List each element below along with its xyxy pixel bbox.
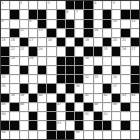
black-cell-r14c4 — [29, 121, 37, 129]
black-cell-r4c8 — [66, 29, 74, 37]
cell-r7c3[interactable] — [20, 57, 28, 65]
black-cell-r14c9 — [75, 121, 83, 129]
clue-number: 15 — [2, 38, 6, 42]
cell-r7c6[interactable] — [47, 57, 55, 65]
cell-r2c9[interactable]: 7 — [75, 10, 83, 18]
cell-r4c4[interactable] — [29, 29, 37, 37]
cell-r11c11[interactable] — [94, 94, 102, 102]
cell-r15c2[interactable] — [10, 131, 18, 139]
cell-r2c8[interactable]: 6 — [66, 10, 74, 18]
cell-r11c12[interactable]: 42 — [103, 94, 111, 102]
black-cell-r9c8 — [66, 75, 74, 83]
cell-r5c6[interactable]: 18 — [47, 38, 55, 46]
clue-number: 48 — [94, 103, 98, 107]
cell-r1c12[interactable] — [103, 1, 111, 9]
black-cell-r15c6 — [47, 131, 55, 139]
black-cell-r15c8 — [66, 131, 74, 139]
clue-number: 35 — [2, 84, 6, 88]
cell-r9c11[interactable]: 33 — [94, 75, 102, 83]
cell-r15c15[interactable] — [131, 131, 139, 139]
cell-r7c13[interactable] — [112, 57, 120, 65]
cell-r12c13[interactable]: 49 — [112, 103, 120, 111]
cell-r8c6[interactable] — [47, 66, 55, 74]
black-cell-r12c10 — [84, 103, 92, 111]
black-cell-r5c15 — [131, 38, 139, 46]
cell-r14c8[interactable] — [66, 121, 74, 129]
clue-number: 9 — [29, 20, 31, 24]
black-cell-r8c11 — [94, 66, 102, 74]
black-cell-r7c7 — [57, 57, 65, 65]
cell-r7c10[interactable]: 30 — [84, 57, 92, 65]
black-cell-r13c4 — [29, 112, 37, 120]
cell-r12c12[interactable] — [103, 103, 111, 111]
cell-r6c9[interactable] — [75, 47, 83, 55]
clue-number: 21 — [122, 38, 126, 42]
cell-r10c11[interactable] — [94, 84, 102, 92]
cell-r4c3[interactable]: 12 — [20, 29, 28, 37]
cell-r7c2[interactable]: 28 — [10, 57, 18, 65]
cell-r8c12[interactable] — [103, 66, 111, 74]
black-cell-r5c12 — [103, 38, 111, 46]
cell-r13c1[interactable]: 50 — [1, 112, 9, 120]
cell-r6c7[interactable] — [57, 47, 65, 55]
clue-number: 7 — [76, 10, 78, 14]
clue-number: 51 — [85, 112, 89, 116]
cell-r12c3[interactable]: 46 — [20, 103, 28, 111]
black-cell-r12c6 — [47, 103, 55, 111]
clue-number: 50 — [2, 112, 6, 116]
black-cell-r6c4 — [29, 47, 37, 55]
clue-number: 5 — [113, 1, 115, 5]
cell-r3c3[interactable] — [20, 20, 28, 28]
cell-r13c13[interactable] — [112, 112, 120, 120]
cell-r1c5[interactable] — [38, 1, 46, 9]
clue-number: 11 — [131, 20, 135, 24]
cell-r10c9[interactable]: 36 — [75, 84, 83, 92]
black-cell-r7c8 — [66, 57, 74, 65]
black-cell-r1c10 — [84, 1, 92, 9]
cell-r8c2[interactable] — [10, 66, 18, 74]
cell-r12c15[interactable] — [131, 103, 139, 111]
cell-r1c7[interactable] — [57, 1, 65, 9]
cell-r11c15[interactable]: 44 — [131, 94, 139, 102]
cell-r6c6[interactable] — [47, 47, 55, 55]
cell-r3c14[interactable] — [121, 20, 129, 28]
clue-number: 40 — [39, 94, 43, 98]
black-cell-r8c1 — [1, 66, 9, 74]
black-cell-r6c8 — [66, 47, 74, 55]
clue-number: 18 — [48, 38, 52, 42]
clue-number: 20 — [113, 38, 117, 42]
black-cell-r3c10 — [84, 20, 92, 28]
cell-r2c6[interactable] — [47, 10, 55, 18]
black-cell-r15c7 — [57, 131, 65, 139]
clue-number: 26 — [122, 47, 126, 51]
black-cell-r13c11 — [94, 112, 102, 120]
clue-number: 47 — [57, 103, 61, 107]
black-cell-r5c7 — [57, 38, 65, 46]
black-cell-r8c3 — [20, 66, 28, 74]
cell-r14c15[interactable] — [131, 121, 139, 129]
cell-r14c7[interactable]: 53 — [57, 121, 65, 129]
cell-r13c10[interactable]: 51 — [84, 112, 92, 120]
clue-number: 27 — [131, 47, 135, 51]
cell-r6c5[interactable]: 24 — [38, 47, 46, 55]
cell-r10c13[interactable]: 37 — [112, 84, 120, 92]
clue-number: 14 — [94, 29, 98, 33]
cell-r3c15[interactable]: 11 — [131, 20, 139, 28]
cell-r10c1[interactable]: 35 — [1, 84, 9, 92]
black-cell-r10c5 — [38, 84, 46, 92]
cell-r9c13[interactable]: 34 — [112, 75, 120, 83]
cell-r6c15[interactable]: 27 — [131, 47, 139, 55]
cell-r15c10[interactable] — [84, 131, 92, 139]
clue-number: 22 — [11, 47, 15, 51]
cell-r9c10[interactable]: 32 — [84, 75, 92, 83]
clue-number: 17 — [29, 38, 33, 42]
black-cell-r6c13 — [112, 47, 120, 55]
black-cell-r3c12 — [103, 20, 111, 28]
cell-r15c5[interactable] — [38, 131, 46, 139]
cell-r4c7[interactable] — [57, 29, 65, 37]
cell-r4c15[interactable] — [131, 29, 139, 37]
black-cell-r10c8 — [66, 84, 74, 92]
cell-r7c11[interactable] — [94, 57, 102, 65]
cell-r9c4[interactable] — [29, 75, 37, 83]
cell-r12c11[interactable]: 48 — [94, 103, 102, 111]
cell-r14c3[interactable] — [20, 121, 28, 129]
cell-r9c5[interactable] — [38, 75, 46, 83]
cell-r9c6[interactable] — [47, 75, 55, 83]
cell-r7c4[interactable]: 29 — [29, 57, 37, 65]
cell-r13c12[interactable]: 52 — [103, 112, 111, 120]
black-cell-r14c11 — [94, 121, 102, 129]
cell-r5c1[interactable]: 15 — [1, 38, 9, 46]
cell-r7c14[interactable] — [121, 57, 129, 65]
black-cell-r14c12 — [103, 121, 111, 129]
cell-r2c3[interactable] — [20, 10, 28, 18]
black-cell-r11c9 — [75, 94, 83, 102]
clue-number: 52 — [103, 112, 107, 116]
clue-number: 12 — [20, 29, 24, 33]
clue-number: 49 — [113, 103, 117, 107]
clue-number: 23 — [20, 47, 24, 51]
cell-r1c11[interactable]: 4 — [94, 1, 102, 9]
black-cell-r6c1 — [1, 47, 9, 55]
cell-r13c7[interactable] — [57, 112, 65, 120]
black-cell-r13c8 — [66, 112, 74, 120]
black-cell-r7c9 — [75, 57, 83, 65]
cell-r8c14[interactable] — [121, 66, 129, 74]
cell-r7c15[interactable] — [131, 57, 139, 65]
cell-r1c14[interactable] — [121, 1, 129, 9]
cell-r15c14[interactable] — [121, 131, 129, 139]
cell-r11c5[interactable]: 40 — [38, 94, 46, 102]
cell-r15c12[interactable] — [103, 131, 111, 139]
cell-r10c7[interactable] — [57, 84, 65, 92]
cell-r4c1[interactable] — [1, 29, 9, 37]
cell-r13c5[interactable] — [38, 112, 46, 120]
cell-r8c10[interactable] — [84, 66, 92, 74]
black-cell-r2c10 — [84, 10, 92, 18]
cell-r5c2[interactable]: 16 — [10, 38, 18, 46]
cell-r15c3[interactable] — [20, 131, 28, 139]
clue-number: 46 — [20, 103, 24, 107]
cell-r10c14[interactable] — [121, 84, 129, 92]
black-cell-r11c7 — [57, 94, 65, 102]
cell-r6c2[interactable]: 22 — [10, 47, 18, 55]
crossword-grid: 1234567891011121314151617181920212223242… — [0, 0, 140, 140]
black-cell-r2c7 — [57, 10, 65, 18]
cell-r7c5[interactable] — [38, 57, 46, 65]
cell-r3c2[interactable] — [10, 20, 18, 28]
cell-r3c11[interactable] — [94, 20, 102, 28]
black-cell-r12c2 — [10, 103, 18, 111]
cell-r10c4[interactable] — [29, 84, 37, 92]
black-cell-r2c15 — [131, 10, 139, 18]
cell-r5c4[interactable]: 17 — [29, 38, 37, 46]
cell-r8c4[interactable] — [29, 66, 37, 74]
clue-number: 39 — [20, 94, 24, 98]
cell-r15c4[interactable] — [29, 131, 37, 139]
cell-r12c9[interactable] — [75, 103, 83, 111]
black-cell-r8c8 — [66, 66, 74, 74]
black-cell-r12c8 — [66, 103, 74, 111]
clue-number: 45 — [2, 103, 6, 107]
black-cell-r10c12 — [103, 84, 111, 92]
black-cell-r13c9 — [75, 112, 83, 120]
black-cell-r8c9 — [75, 66, 83, 74]
cell-r12c7[interactable]: 47 — [57, 103, 65, 111]
cell-r4c12[interactable] — [103, 29, 111, 37]
clue-number: 31 — [2, 75, 6, 79]
cell-r1c13[interactable]: 5 — [112, 1, 120, 9]
cell-r3c13[interactable]: 10 — [112, 20, 120, 28]
clue-number: 43 — [122, 94, 126, 98]
black-cell-r2c5 — [38, 10, 46, 18]
cell-r1c6[interactable]: 3 — [47, 1, 55, 9]
cell-r6c3[interactable]: 23 — [20, 47, 28, 55]
clue-number: 32 — [85, 75, 89, 79]
black-cell-r11c4 — [29, 94, 37, 102]
clue-number: 10 — [113, 20, 117, 24]
cell-r13c15[interactable] — [131, 112, 139, 120]
cell-r1c3[interactable]: 2 — [20, 1, 28, 9]
cell-r3c9[interactable] — [75, 20, 83, 28]
black-cell-r9c15 — [131, 75, 139, 83]
black-cell-r7c1 — [1, 57, 9, 65]
black-cell-r2c2 — [10, 10, 18, 18]
cell-r2c1[interactable] — [1, 10, 9, 18]
cell-r14c10[interactable] — [84, 121, 92, 129]
cell-r5c13[interactable]: 20 — [112, 38, 120, 46]
clue-number: 41 — [85, 94, 89, 98]
cell-r9c1[interactable]: 31 — [1, 75, 9, 83]
cell-r3c6[interactable] — [47, 20, 55, 28]
black-cell-r1c8 — [66, 1, 74, 9]
black-cell-r14c6 — [47, 121, 55, 129]
cell-r1c2[interactable] — [10, 1, 18, 9]
cell-r11c6[interactable] — [47, 94, 55, 102]
clue-number: 6 — [66, 10, 68, 14]
cell-r10c10[interactable] — [84, 84, 92, 92]
cell-r12c1[interactable]: 45 — [1, 103, 9, 111]
cell-r2c13[interactable] — [112, 10, 120, 18]
cell-r15c1[interactable]: 54 — [1, 131, 9, 139]
cell-r4c5[interactable]: 13 — [38, 29, 46, 37]
black-cell-r2c14 — [121, 10, 129, 18]
cell-r6c12[interactable]: 25 — [103, 47, 111, 55]
black-cell-r10c15 — [131, 84, 139, 92]
cell-r15c13[interactable] — [112, 131, 120, 139]
black-cell-r3c7 — [57, 20, 65, 28]
clue-number: 19 — [85, 38, 89, 42]
clue-number: 1 — [2, 1, 4, 5]
cell-r9c3[interactable] — [20, 75, 28, 83]
black-cell-r13c6 — [47, 112, 55, 120]
cell-r11c8[interactable] — [66, 94, 74, 102]
cell-r1c4[interactable] — [29, 1, 37, 9]
clue-number: 28 — [11, 57, 15, 61]
cell-r4c11[interactable]: 14 — [94, 29, 102, 37]
clue-number: 8 — [2, 20, 4, 24]
black-cell-r11c13 — [112, 94, 120, 102]
cell-r2c11[interactable] — [94, 10, 102, 18]
cell-r13c14[interactable] — [121, 112, 129, 120]
black-cell-r4c10 — [84, 29, 92, 37]
black-cell-r6c11 — [94, 47, 102, 55]
black-cell-r8c13 — [112, 66, 120, 74]
cell-r11c3[interactable]: 39 — [20, 94, 28, 102]
cell-r5c14[interactable]: 21 — [121, 38, 129, 46]
black-cell-r9c7 — [57, 75, 65, 83]
cell-r1c15[interactable] — [131, 1, 139, 9]
cell-r14c5[interactable] — [38, 121, 46, 129]
cell-r12c5[interactable] — [38, 103, 46, 111]
clue-number: 24 — [39, 47, 43, 51]
cell-r12c4[interactable] — [29, 103, 37, 111]
black-cell-r2c12 — [103, 10, 111, 18]
cell-r13c3[interactable] — [20, 112, 28, 120]
cell-r14c13[interactable] — [112, 121, 120, 129]
black-cell-r9c9 — [75, 75, 83, 83]
black-cell-r6c10 — [84, 47, 92, 55]
cell-r9c12[interactable] — [103, 75, 111, 83]
clue-number: 36 — [76, 84, 80, 88]
cell-r1c1[interactable]: 1 — [1, 1, 9, 9]
clue-number: 53 — [57, 121, 61, 125]
clue-number: 3 — [48, 1, 50, 5]
cell-r4c13[interactable] — [112, 29, 120, 37]
cell-r5c8[interactable] — [66, 38, 74, 46]
clue-number: 30 — [85, 57, 89, 61]
clue-number: 4 — [94, 1, 96, 5]
clue-number: 25 — [103, 47, 107, 51]
clue-number: 54 — [2, 131, 6, 135]
cell-r11c2[interactable]: 38 — [10, 94, 18, 102]
cell-r9c14[interactable] — [121, 75, 129, 83]
cell-r9c2[interactable] — [10, 75, 18, 83]
clue-number: 33 — [94, 75, 98, 79]
clue-number: 13 — [39, 29, 43, 33]
black-cell-r4c14 — [121, 29, 129, 37]
cell-r15c11[interactable] — [94, 131, 102, 139]
cell-r3c1[interactable]: 8 — [1, 20, 9, 28]
black-cell-r14c14 — [121, 121, 129, 129]
black-cell-r10c6 — [47, 84, 55, 92]
cell-r4c9[interactable] — [75, 29, 83, 37]
black-cell-r11c1 — [1, 94, 9, 102]
black-cell-r8c5 — [38, 66, 46, 74]
black-cell-r14c2 — [10, 121, 18, 129]
black-cell-r12c14 — [121, 103, 129, 111]
black-cell-r4c2 — [10, 29, 18, 37]
black-cell-r2c4 — [29, 10, 37, 18]
cell-r6c14[interactable]: 26 — [121, 47, 129, 55]
black-cell-r1c9 — [75, 1, 83, 9]
clue-number: 34 — [113, 75, 117, 79]
cell-r5c11[interactable] — [94, 38, 102, 46]
black-cell-r8c15 — [131, 66, 139, 74]
clue-number: 16 — [11, 38, 15, 42]
cell-r13c2[interactable] — [10, 112, 18, 120]
clue-number: 37 — [113, 84, 117, 88]
clue-number: 42 — [103, 94, 107, 98]
black-cell-r4c6 — [47, 29, 55, 37]
clue-number: 38 — [11, 94, 15, 98]
clue-number: 2 — [20, 1, 22, 5]
cell-r5c10[interactable]: 19 — [84, 38, 92, 46]
black-cell-r8c7 — [57, 66, 65, 74]
black-cell-r3c5 — [38, 20, 46, 28]
cell-r11c14[interactable]: 43 — [121, 94, 129, 102]
cell-r7c12[interactable] — [103, 57, 111, 65]
cell-r15c9[interactable]: 55 — [75, 131, 83, 139]
cell-r11c10[interactable]: 41 — [84, 94, 92, 102]
black-cell-r3c8 — [66, 20, 74, 28]
cell-r3c4[interactable]: 9 — [29, 20, 37, 28]
clue-number: 44 — [131, 94, 135, 98]
black-cell-r14c1 — [1, 121, 9, 129]
cell-r10c2[interactable] — [10, 84, 18, 92]
black-cell-r5c9 — [75, 38, 83, 46]
black-cell-r5c3 — [20, 38, 28, 46]
black-cell-r10c3 — [20, 84, 28, 92]
clue-number: 55 — [76, 131, 80, 135]
clue-number: 29 — [29, 57, 33, 61]
cell-r5c5[interactable] — [38, 38, 46, 46]
